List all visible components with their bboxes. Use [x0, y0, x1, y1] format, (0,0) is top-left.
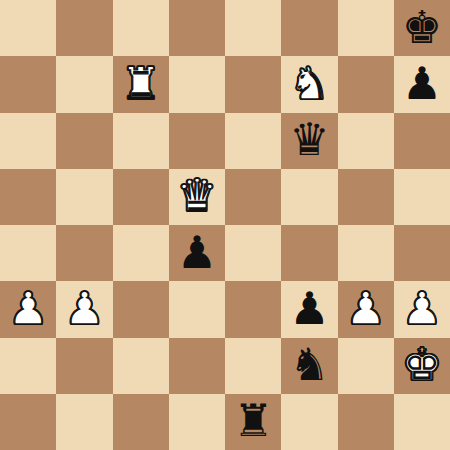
white-pawn-icon[interactable]: ♟ [345, 286, 385, 331]
square-d5[interactable]: ♛ [169, 169, 225, 225]
square-c5[interactable] [113, 169, 169, 225]
black-king-icon[interactable]: ♚ [402, 5, 442, 50]
square-f3[interactable]: ♟ [281, 281, 337, 337]
square-f1[interactable] [281, 394, 337, 450]
square-d1[interactable] [169, 394, 225, 450]
white-pawn-icon[interactable]: ♟ [8, 286, 48, 331]
square-f2[interactable]: ♞ [281, 338, 337, 394]
square-e3[interactable] [225, 281, 281, 337]
black-queen-icon[interactable]: ♛ [289, 117, 329, 162]
square-e7[interactable] [225, 56, 281, 112]
square-b5[interactable] [56, 169, 112, 225]
chess-board: ♚♜♞♟♛♛♟♟♟♟♟♟♞♚♜ [0, 0, 450, 450]
square-b7[interactable] [56, 56, 112, 112]
white-queen-icon[interactable]: ♛ [177, 173, 217, 218]
square-e6[interactable] [225, 113, 281, 169]
square-c4[interactable] [113, 225, 169, 281]
black-pawn-icon[interactable]: ♟ [402, 61, 442, 106]
square-f7[interactable]: ♞ [281, 56, 337, 112]
square-g1[interactable] [338, 394, 394, 450]
square-g5[interactable] [338, 169, 394, 225]
square-a1[interactable] [0, 394, 56, 450]
square-g6[interactable] [338, 113, 394, 169]
square-b3[interactable]: ♟ [56, 281, 112, 337]
square-h7[interactable]: ♟ [394, 56, 450, 112]
square-a5[interactable] [0, 169, 56, 225]
square-b2[interactable] [56, 338, 112, 394]
black-rook-icon[interactable]: ♜ [233, 398, 273, 443]
square-e8[interactable] [225, 0, 281, 56]
square-e5[interactable] [225, 169, 281, 225]
square-d8[interactable] [169, 0, 225, 56]
square-b1[interactable] [56, 394, 112, 450]
square-c3[interactable] [113, 281, 169, 337]
square-h2[interactable]: ♚ [394, 338, 450, 394]
square-g2[interactable] [338, 338, 394, 394]
square-h4[interactable] [394, 225, 450, 281]
square-d3[interactable] [169, 281, 225, 337]
white-king-icon[interactable]: ♚ [402, 342, 442, 387]
square-f6[interactable]: ♛ [281, 113, 337, 169]
square-e4[interactable] [225, 225, 281, 281]
square-f8[interactable] [281, 0, 337, 56]
square-a8[interactable] [0, 0, 56, 56]
square-g7[interactable] [338, 56, 394, 112]
square-g4[interactable] [338, 225, 394, 281]
black-pawn-icon[interactable]: ♟ [289, 286, 329, 331]
square-c1[interactable] [113, 394, 169, 450]
square-c6[interactable] [113, 113, 169, 169]
square-d7[interactable] [169, 56, 225, 112]
square-h6[interactable] [394, 113, 450, 169]
square-a6[interactable] [0, 113, 56, 169]
square-e2[interactable] [225, 338, 281, 394]
square-e1[interactable]: ♜ [225, 394, 281, 450]
square-a7[interactable] [0, 56, 56, 112]
square-c7[interactable]: ♜ [113, 56, 169, 112]
white-rook-icon[interactable]: ♜ [120, 61, 160, 106]
square-c8[interactable] [113, 0, 169, 56]
square-h8[interactable]: ♚ [394, 0, 450, 56]
square-h5[interactable] [394, 169, 450, 225]
black-pawn-icon[interactable]: ♟ [177, 230, 217, 275]
square-a4[interactable] [0, 225, 56, 281]
square-d6[interactable] [169, 113, 225, 169]
square-f4[interactable] [281, 225, 337, 281]
black-knight-icon[interactable]: ♞ [289, 342, 329, 387]
square-g8[interactable] [338, 0, 394, 56]
square-g3[interactable]: ♟ [338, 281, 394, 337]
square-d2[interactable] [169, 338, 225, 394]
square-h3[interactable]: ♟ [394, 281, 450, 337]
square-c2[interactable] [113, 338, 169, 394]
square-f5[interactable] [281, 169, 337, 225]
square-h1[interactable] [394, 394, 450, 450]
square-b4[interactable] [56, 225, 112, 281]
white-knight-icon[interactable]: ♞ [289, 61, 329, 106]
square-b6[interactable] [56, 113, 112, 169]
square-b8[interactable] [56, 0, 112, 56]
square-d4[interactable]: ♟ [169, 225, 225, 281]
white-pawn-icon[interactable]: ♟ [402, 286, 442, 331]
square-a2[interactable] [0, 338, 56, 394]
white-pawn-icon[interactable]: ♟ [64, 286, 104, 331]
square-a3[interactable]: ♟ [0, 281, 56, 337]
